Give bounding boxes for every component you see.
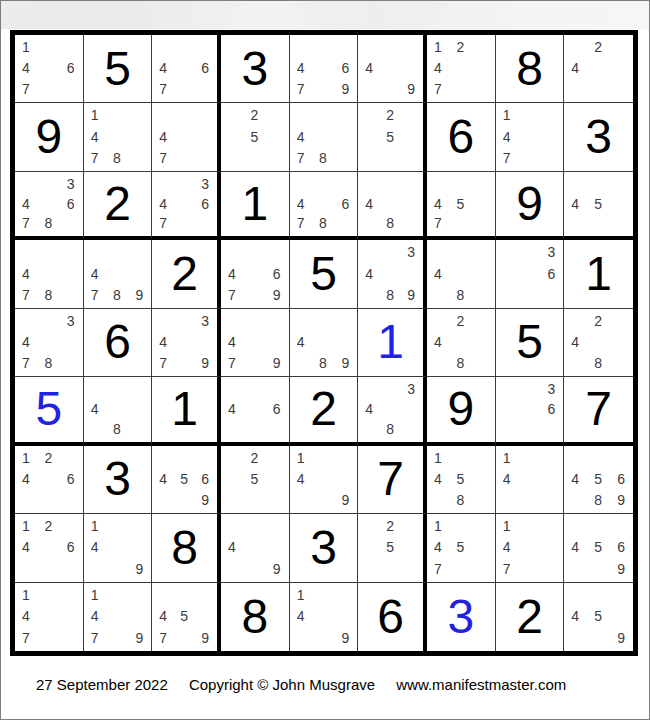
candidate-digit: 4: [159, 127, 176, 146]
candidate-digit: 4: [571, 332, 589, 351]
candidate-digit: 2: [589, 313, 607, 332]
cell-r5c9[interactable]: 248: [564, 309, 633, 377]
given-digit: 2: [152, 240, 217, 307]
cell-r2c7[interactable]: 6: [427, 103, 496, 171]
candidate-grid: 1246: [22, 450, 75, 508]
cell-r8c9[interactable]: 4569: [564, 514, 633, 582]
cell-r6c7[interactable]: 9: [427, 377, 496, 445]
candidate-digit: 4: [571, 606, 589, 626]
cell-r8c7[interactable]: 1457: [427, 514, 496, 582]
footer-website: www.manifestmaster.com: [396, 676, 566, 693]
cell-r2c4[interactable]: 25: [221, 103, 290, 171]
candidate-digit: 7: [297, 146, 315, 165]
candidate-digit: 6: [192, 58, 209, 77]
candidate-digit: 4: [91, 127, 109, 146]
candidate-digit: 2: [246, 107, 264, 126]
candidate-digit: 8: [40, 283, 58, 302]
cell-r3c5[interactable]: 4678: [290, 172, 359, 240]
candidate-grid: 4789: [91, 244, 144, 302]
cell-r2c1[interactable]: 9: [15, 103, 84, 171]
candidate-grid: 46: [228, 381, 281, 436]
candidate-digit: 7: [434, 213, 452, 231]
candidate-digit: 6: [57, 58, 75, 77]
candidate-grid: 459: [571, 587, 625, 646]
candidate-digit: 1: [297, 450, 315, 469]
candidate-digit: 4: [159, 194, 176, 212]
candidate-digit: 4: [91, 606, 109, 626]
candidate-digit: 7: [159, 213, 176, 231]
candidate-digit: 4: [297, 469, 315, 488]
candidate-grid: 149: [297, 587, 350, 646]
given-digit: 8: [221, 583, 289, 651]
candidate-grid: 478: [22, 244, 75, 302]
candidate-grid: 49: [228, 518, 281, 576]
candidate-digit: 9: [192, 352, 209, 371]
candidate-digit: 4: [297, 332, 315, 351]
candidate-digit: 5: [589, 538, 607, 557]
cell-r9c7[interactable]: 3: [427, 583, 496, 651]
given-digit: 7: [564, 377, 633, 441]
candidate-digit: 4: [22, 264, 40, 283]
candidate-digit: 6: [538, 400, 556, 418]
candidate-digit: 4: [365, 400, 382, 418]
candidate-digit: 4: [365, 264, 382, 283]
candidate-digit: 7: [159, 78, 176, 97]
candidate-digit: 4: [571, 58, 589, 77]
given-digit: 2: [290, 377, 358, 441]
candidate-digit: 1: [22, 450, 40, 469]
candidate-digit: 1: [434, 450, 452, 469]
footer-date: 27 September 2022: [36, 676, 168, 693]
cell-r6c6[interactable]: 348: [358, 377, 427, 445]
candidate-digit: 4: [159, 332, 176, 351]
cell-r7c6[interactable]: 7: [358, 446, 427, 514]
candidate-digit: 8: [452, 352, 470, 371]
candidate-digit: 4: [91, 400, 109, 418]
cell-r1c5[interactable]: 4679: [290, 35, 359, 103]
candidate-digit: 8: [314, 213, 332, 231]
candidate-grid: 147: [503, 107, 556, 165]
candidate-digit: 1: [22, 518, 40, 537]
candidate-digit: 7: [159, 626, 176, 646]
candidate-digit: 8: [382, 283, 399, 302]
candidate-digit: 2: [382, 107, 399, 126]
candidate-digit: 9: [126, 626, 144, 646]
candidate-digit: 1: [22, 587, 40, 607]
cell-r9c3[interactable]: 4579: [152, 583, 221, 651]
candidate-grid: 36: [503, 244, 556, 302]
candidate-grid: 48: [91, 381, 144, 436]
candidate-grid: 45: [571, 176, 625, 231]
candidate-digit: 9: [398, 283, 415, 302]
candidate-digit: 4: [434, 538, 452, 557]
given-digit: 2: [84, 172, 152, 236]
cell-r1c6[interactable]: 49: [358, 35, 427, 103]
cell-r1c4[interactable]: 3: [221, 35, 290, 103]
candidate-grid: 1246: [22, 518, 75, 576]
candidate-grid: 1479: [91, 587, 144, 646]
cell-r7c5[interactable]: 149: [290, 446, 359, 514]
candidate-grid: 467: [159, 39, 209, 97]
given-digit: 2: [496, 583, 564, 651]
candidate-grid: 248: [434, 313, 487, 371]
candidate-digit: 8: [589, 489, 607, 508]
candidate-grid: 4569: [159, 450, 209, 508]
candidate-digit: 1: [503, 518, 521, 537]
cell-r7c3[interactable]: 4569: [152, 446, 221, 514]
cell-r8c1[interactable]: 1246: [15, 514, 84, 582]
candidate-digit: 4: [22, 332, 40, 351]
candidate-digit: 5: [382, 538, 399, 557]
candidate-digit: 4: [22, 58, 40, 77]
candidate-grid: 248: [571, 313, 625, 371]
candidate-digit: 4: [228, 332, 246, 351]
cell-r8c4[interactable]: 49: [221, 514, 290, 582]
cell-r8c5[interactable]: 3: [290, 514, 359, 582]
candidate-digit: 7: [159, 352, 176, 371]
candidate-digit: 7: [228, 352, 246, 371]
cell-r4c3[interactable]: 2: [152, 240, 221, 308]
footer-copyright: Copyright © John Musgrave: [189, 676, 375, 693]
candidate-digit: 8: [40, 352, 58, 371]
cell-r5c2[interactable]: 6: [84, 309, 153, 377]
candidate-digit: 1: [503, 450, 521, 469]
cell-r3c3[interactable]: 3467: [152, 172, 221, 240]
candidate-digit: 1: [22, 39, 40, 58]
candidate-digit: 1: [91, 107, 109, 126]
given-digit: 1: [564, 240, 633, 307]
cell-r1c8[interactable]: 8: [496, 35, 565, 103]
candidate-digit: 5: [382, 127, 399, 146]
candidate-grid: 48: [434, 244, 487, 302]
candidate-digit: 9: [398, 78, 415, 97]
candidate-grid: 3479: [159, 313, 209, 371]
cell-r6c2[interactable]: 48: [84, 377, 153, 445]
candidate-digit: 4: [228, 400, 246, 418]
candidate-grid: 45689: [571, 450, 625, 508]
candidate-grid: 4679: [297, 39, 350, 97]
cell-r3c2[interactable]: 2: [84, 172, 153, 240]
given-digit: 6: [427, 103, 495, 170]
candidate-digit: 8: [108, 146, 126, 165]
cell-r7c4[interactable]: 25: [221, 446, 290, 514]
given-digit: 1: [152, 377, 217, 441]
candidate-digit: 2: [382, 518, 399, 537]
cell-r5c8[interactable]: 5: [496, 309, 565, 377]
given-digit: 5: [496, 309, 564, 376]
solved-digit: 1: [358, 309, 423, 376]
cell-r4c1[interactable]: 478: [15, 240, 84, 308]
candidate-digit: 9: [263, 352, 281, 371]
candidate-digit: 4: [91, 264, 109, 283]
cell-r1c2[interactable]: 5: [84, 35, 153, 103]
candidate-digit: 6: [263, 264, 281, 283]
given-digit: 3: [564, 103, 633, 170]
candidate-digit: 4: [22, 194, 40, 212]
candidate-digit: 4: [503, 538, 521, 557]
candidate-digit: 7: [91, 283, 109, 302]
candidate-digit: 5: [589, 194, 607, 212]
candidate-digit: 4: [571, 538, 589, 557]
candidate-digit: 5: [246, 127, 264, 146]
cell-r7c2[interactable]: 3: [84, 446, 153, 514]
candidate-digit: 4: [434, 332, 452, 351]
candidate-digit: 4: [159, 58, 176, 77]
given-digit: 5: [290, 240, 358, 307]
cell-r4c2[interactable]: 4789: [84, 240, 153, 308]
candidate-digit: 4: [571, 194, 589, 212]
cell-r9c2[interactable]: 1479: [84, 583, 153, 651]
cell-r6c9[interactable]: 7: [564, 377, 633, 445]
candidate-digit: 7: [22, 213, 40, 231]
candidate-digit: 4: [434, 264, 452, 283]
given-digit: 7: [358, 446, 423, 513]
cell-r9c9[interactable]: 459: [564, 583, 633, 651]
header-band: [1, 1, 649, 30]
cell-r4c6[interactable]: 3489: [358, 240, 427, 308]
cell-r9c1[interactable]: 147: [15, 583, 84, 651]
cell-r3c9[interactable]: 45: [564, 172, 633, 240]
given-digit: 5: [84, 35, 152, 102]
candidate-digit: 7: [22, 283, 40, 302]
candidate-grid: 49: [365, 39, 415, 97]
cell-r9c6[interactable]: 6: [358, 583, 427, 651]
candidate-digit: 7: [22, 352, 40, 371]
candidate-digit: 9: [263, 557, 281, 576]
candidate-digit: 9: [126, 283, 144, 302]
cell-r2c3[interactable]: 47: [152, 103, 221, 171]
candidate-digit: 8: [589, 352, 607, 371]
candidate-digit: 8: [108, 418, 126, 436]
cell-r2c6[interactable]: 25: [358, 103, 427, 171]
cell-r1c3[interactable]: 467: [152, 35, 221, 103]
candidate-digit: 7: [503, 557, 521, 576]
cell-r8c3[interactable]: 8: [152, 514, 221, 582]
cell-r7c7[interactable]: 1458: [427, 446, 496, 514]
cell-r2c2[interactable]: 1478: [84, 103, 153, 171]
candidate-digit: 3: [398, 381, 415, 399]
candidate-digit: 4: [228, 264, 246, 283]
candidate-grid: 4579: [159, 587, 209, 646]
candidate-digit: 1: [297, 587, 315, 607]
candidate-grid: 1458: [434, 450, 487, 508]
candidate-digit: 7: [91, 146, 109, 165]
cell-r5c4[interactable]: 479: [221, 309, 290, 377]
candidate-digit: 9: [607, 489, 625, 508]
candidate-grid: 1478: [91, 107, 144, 165]
candidate-digit: 1: [434, 39, 452, 58]
cell-r3c7[interactable]: 457: [427, 172, 496, 240]
candidate-grid: 25: [365, 107, 415, 165]
cell-r4c7[interactable]: 48: [427, 240, 496, 308]
cell-r8c2[interactable]: 149: [84, 514, 153, 582]
candidate-digit: 8: [314, 146, 332, 165]
candidate-digit: 5: [246, 469, 264, 488]
candidate-grid: 3467: [159, 176, 209, 231]
candidate-digit: 5: [452, 194, 470, 212]
cell-r1c1[interactable]: 1467: [15, 35, 84, 103]
solved-digit: 5: [15, 377, 83, 441]
candidate-digit: 9: [332, 489, 350, 508]
given-digit: 8: [152, 514, 217, 581]
given-digit: 9: [15, 103, 83, 170]
given-digit: 6: [358, 583, 423, 651]
sudoku-board: 1467546734679491247824914784725478256147…: [10, 30, 638, 656]
candidate-digit: 6: [332, 58, 350, 77]
candidate-digit: 4: [159, 469, 176, 488]
candidate-digit: 4: [22, 538, 40, 557]
candidate-digit: 4: [503, 127, 521, 146]
candidate-digit: 8: [382, 213, 399, 231]
candidate-digit: 5: [452, 469, 470, 488]
candidate-digit: 4: [297, 606, 315, 626]
candidate-digit: 4: [297, 194, 315, 212]
candidate-digit: 2: [246, 450, 264, 469]
cell-r9c4[interactable]: 8: [221, 583, 290, 651]
cell-r2c9[interactable]: 3: [564, 103, 633, 171]
candidate-digit: 7: [434, 557, 452, 576]
candidate-grid: 3478: [22, 313, 75, 371]
page: 1467546734679491247824914784725478256147…: [0, 0, 650, 720]
cell-r6c4[interactable]: 46: [221, 377, 290, 445]
candidate-digit: 7: [22, 626, 40, 646]
candidate-digit: 6: [192, 194, 209, 212]
candidate-grid: 348: [365, 381, 415, 436]
candidate-digit: 4: [434, 469, 452, 488]
cell-r4c9[interactable]: 1: [564, 240, 633, 308]
candidate-digit: 2: [452, 39, 470, 58]
given-digit: 9: [496, 172, 564, 236]
cell-r7c1[interactable]: 1246: [15, 446, 84, 514]
candidate-grid: 489: [297, 313, 350, 371]
candidate-digit: 7: [297, 78, 315, 97]
cell-r5c1[interactable]: 3478: [15, 309, 84, 377]
candidate-digit: 2: [40, 518, 58, 537]
candidate-grid: 147: [503, 518, 556, 576]
cell-r6c8[interactable]: 36: [496, 377, 565, 445]
cell-r9c8[interactable]: 2: [496, 583, 565, 651]
cell-r2c5[interactable]: 478: [290, 103, 359, 171]
candidate-digit: 9: [607, 626, 625, 646]
cell-r4c4[interactable]: 4679: [221, 240, 290, 308]
candidate-digit: 9: [126, 557, 144, 576]
cell-r4c5[interactable]: 5: [290, 240, 359, 308]
candidate-digit: 3: [57, 176, 75, 194]
candidate-digit: 6: [57, 469, 75, 488]
candidate-digit: 4: [503, 469, 521, 488]
cell-r1c9[interactable]: 24: [564, 35, 633, 103]
candidate-grid: 24: [571, 39, 625, 97]
candidate-digit: 1: [91, 587, 109, 607]
cell-r6c5[interactable]: 2: [290, 377, 359, 445]
candidate-digit: 5: [176, 469, 193, 488]
candidate-digit: 7: [228, 283, 246, 302]
candidate-digit: 7: [22, 78, 40, 97]
cell-r5c5[interactable]: 489: [290, 309, 359, 377]
candidate-digit: 6: [57, 194, 75, 212]
given-digit: 8: [496, 35, 564, 102]
given-digit: 3: [84, 446, 152, 513]
candidate-grid: 479: [228, 313, 281, 371]
cell-r7c9[interactable]: 45689: [564, 446, 633, 514]
candidate-digit: 9: [332, 352, 350, 371]
cell-r8c6[interactable]: 25: [358, 514, 427, 582]
candidate-grid: 1247: [434, 39, 487, 97]
candidate-digit: 3: [57, 313, 75, 332]
cell-r7c8[interactable]: 14: [496, 446, 565, 514]
candidate-digit: 6: [192, 469, 209, 488]
candidate-digit: 1: [434, 518, 452, 537]
candidate-digit: 9: [607, 557, 625, 576]
candidate-grid: 34678: [22, 176, 75, 231]
candidate-digit: 7: [503, 146, 521, 165]
cell-r4c8[interactable]: 36: [496, 240, 565, 308]
candidate-grid: 48: [365, 176, 415, 231]
candidate-digit: 4: [91, 538, 109, 557]
footer: 27 September 2022 Copyright © John Musgr…: [36, 673, 566, 697]
candidate-digit: 3: [192, 313, 209, 332]
candidate-grid: 147: [22, 587, 75, 646]
candidate-digit: 1: [91, 518, 109, 537]
candidate-digit: 8: [40, 213, 58, 231]
cell-r1c7[interactable]: 1247: [427, 35, 496, 103]
cell-r6c3[interactable]: 1: [152, 377, 221, 445]
candidate-digit: 4: [297, 127, 315, 146]
candidate-digit: 5: [452, 538, 470, 557]
cell-r3c4[interactable]: 1: [221, 172, 290, 240]
candidate-digit: 7: [434, 78, 452, 97]
candidate-digit: 8: [452, 489, 470, 508]
candidate-grid: 478: [297, 107, 350, 165]
candidate-grid: 4569: [571, 518, 625, 576]
candidate-digit: 1: [503, 107, 521, 126]
cell-r9c5[interactable]: 149: [290, 583, 359, 651]
candidate-digit: 5: [589, 606, 607, 626]
cell-r5c6[interactable]: 1: [358, 309, 427, 377]
candidate-digit: 7: [91, 626, 109, 646]
cell-r6c1[interactable]: 5: [15, 377, 84, 445]
candidate-digit: 4: [365, 58, 382, 77]
cell-r5c7[interactable]: 248: [427, 309, 496, 377]
candidate-grid: 4678: [297, 176, 350, 231]
candidate-grid: 4679: [228, 244, 281, 302]
candidate-digit: 4: [297, 58, 315, 77]
cell-r3c6[interactable]: 48: [358, 172, 427, 240]
candidate-digit: 9: [332, 626, 350, 646]
cell-r3c1[interactable]: 34678: [15, 172, 84, 240]
cell-r5c3[interactable]: 3479: [152, 309, 221, 377]
cell-r8c8[interactable]: 147: [496, 514, 565, 582]
candidate-digit: 6: [538, 264, 556, 283]
candidate-grid: 457: [434, 176, 487, 231]
candidate-digit: 6: [263, 400, 281, 418]
candidate-digit: 4: [571, 469, 589, 488]
candidate-digit: 6: [607, 538, 625, 557]
cell-r2c8[interactable]: 147: [496, 103, 565, 171]
candidate-grid: 14: [503, 450, 556, 508]
candidate-grid: 25: [228, 450, 281, 508]
candidate-digit: 8: [452, 283, 470, 302]
candidate-digit: 7: [159, 146, 176, 165]
candidate-grid: 25: [228, 107, 281, 165]
candidate-digit: 7: [297, 213, 315, 231]
candidate-digit: 9: [192, 626, 209, 646]
candidate-digit: 4: [228, 538, 246, 557]
candidate-digit: 4: [434, 58, 452, 77]
cell-r3c8[interactable]: 9: [496, 172, 565, 240]
candidate-digit: 3: [538, 381, 556, 399]
candidate-digit: 5: [176, 606, 193, 626]
